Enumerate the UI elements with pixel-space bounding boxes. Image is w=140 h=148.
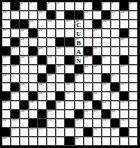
white-cell[interactable]: 45 xyxy=(47,74,56,83)
white-cell[interactable] xyxy=(111,65,120,74)
white-cell[interactable]: 36 xyxy=(84,56,93,65)
black-cell xyxy=(102,74,111,83)
white-cell[interactable] xyxy=(56,56,65,65)
clue-number: 7 xyxy=(102,2,104,5)
white-cell[interactable] xyxy=(65,110,74,119)
black-cell xyxy=(47,11,56,20)
clue-number: 27 xyxy=(12,47,16,50)
clue-number: 3 xyxy=(30,2,32,5)
clue-number: 79 xyxy=(111,128,115,131)
clue-number: 52 xyxy=(120,83,124,86)
white-cell[interactable]: 11 xyxy=(38,11,47,20)
white-cell[interactable]: 68 xyxy=(111,110,120,119)
white-cell[interactable]: U xyxy=(75,29,84,38)
white-cell[interactable] xyxy=(11,74,20,83)
white-cell[interactable]: 23 xyxy=(93,29,102,38)
white-cell[interactable]: 79 xyxy=(111,128,120,137)
white-cell[interactable] xyxy=(56,110,65,119)
clue-number: 65 xyxy=(48,110,52,113)
black-cell xyxy=(29,29,38,38)
clue-number: 38 xyxy=(3,65,7,68)
white-cell[interactable]: 18C xyxy=(75,20,84,29)
white-cell[interactable] xyxy=(47,38,56,47)
white-cell[interactable]: 24 xyxy=(20,38,29,47)
white-cell[interactable]: 32 xyxy=(20,56,29,65)
white-cell[interactable] xyxy=(111,56,120,65)
white-cell[interactable] xyxy=(29,74,38,83)
white-cell[interactable]: 20 xyxy=(2,29,11,38)
clue-number: 16 xyxy=(48,20,52,23)
white-cell[interactable] xyxy=(102,29,111,38)
letter: U xyxy=(75,29,83,37)
white-cell[interactable]: 56 xyxy=(93,92,102,101)
white-cell[interactable] xyxy=(84,29,93,38)
white-cell[interactable] xyxy=(65,29,74,38)
white-cell[interactable] xyxy=(29,65,38,74)
white-cell[interactable]: 7 xyxy=(102,2,111,11)
white-cell[interactable] xyxy=(47,29,56,38)
white-cell[interactable]: 39 xyxy=(11,65,20,74)
white-cell[interactable] xyxy=(38,38,47,47)
black-cell xyxy=(47,65,56,74)
white-cell[interactable]: 77 xyxy=(38,128,47,137)
black-cell xyxy=(93,2,102,11)
black-cell xyxy=(38,56,47,65)
white-cell[interactable]: 70 xyxy=(11,119,20,128)
white-cell[interactable] xyxy=(11,11,20,20)
white-cell[interactable]: 64 xyxy=(20,110,29,119)
black-cell xyxy=(56,38,65,47)
white-cell[interactable]: 22 xyxy=(38,29,47,38)
white-cell[interactable] xyxy=(102,47,111,56)
clue-number: 77 xyxy=(39,128,43,131)
clue-number: 6 xyxy=(84,2,86,5)
clue-number: 26 xyxy=(120,38,124,41)
black-cell xyxy=(38,119,47,128)
clue-number: 68 xyxy=(111,110,115,113)
white-cell[interactable]: 28 xyxy=(38,47,47,56)
white-cell[interactable]: 65 xyxy=(47,110,56,119)
clue-number: 9 xyxy=(129,2,131,5)
white-cell[interactable] xyxy=(20,92,29,101)
white-cell[interactable] xyxy=(129,119,138,128)
white-cell[interactable] xyxy=(120,74,129,83)
white-cell[interactable] xyxy=(29,38,38,47)
white-cell[interactable]: A xyxy=(75,47,84,56)
white-cell[interactable]: 26 xyxy=(120,38,129,47)
white-cell[interactable]: 61 xyxy=(84,101,93,110)
white-cell[interactable] xyxy=(47,92,56,101)
black-cell xyxy=(75,11,84,20)
white-cell[interactable]: 21 xyxy=(20,29,29,38)
white-cell[interactable] xyxy=(75,101,84,110)
clue-number: 33 xyxy=(30,56,34,59)
clue-number: 60 xyxy=(57,101,61,104)
white-cell[interactable] xyxy=(65,2,74,11)
white-cell[interactable]: 53 xyxy=(11,92,20,101)
white-cell[interactable] xyxy=(65,128,74,137)
white-cell[interactable]: 5 xyxy=(56,2,65,11)
white-cell[interactable] xyxy=(56,119,65,128)
white-cell[interactable] xyxy=(129,92,138,101)
white-cell[interactable] xyxy=(75,83,84,92)
clue-number: 62 xyxy=(102,101,106,104)
clue-number: 50 xyxy=(66,83,70,86)
white-cell[interactable]: 35N xyxy=(75,56,84,65)
clue-number: 64 xyxy=(21,110,25,113)
white-cell[interactable]: 57 xyxy=(111,92,120,101)
white-cell[interactable] xyxy=(120,110,129,119)
white-cell[interactable]: 50 xyxy=(65,83,74,92)
clue-number: 13 xyxy=(111,11,115,14)
white-cell[interactable] xyxy=(38,20,47,29)
clue-number: 21 xyxy=(21,29,25,32)
white-cell[interactable]: 62 xyxy=(102,101,111,110)
black-cell xyxy=(29,119,38,128)
black-cell xyxy=(38,110,47,119)
black-cell xyxy=(56,92,65,101)
white-cell[interactable] xyxy=(84,74,93,83)
white-cell[interactable] xyxy=(111,38,120,47)
clue-number: 4 xyxy=(48,2,50,5)
clue-number: 22 xyxy=(39,29,43,32)
white-cell[interactable] xyxy=(129,47,138,56)
white-cell[interactable]: 4 xyxy=(47,2,56,11)
black-cell xyxy=(120,29,129,38)
clue-number: 66 xyxy=(84,110,88,113)
black-cell xyxy=(120,56,129,65)
white-cell[interactable]: 13 xyxy=(111,11,120,20)
white-cell[interactable] xyxy=(93,119,102,128)
clue-number: 30 xyxy=(93,47,97,50)
white-cell[interactable] xyxy=(29,137,38,146)
white-cell[interactable]: 14 xyxy=(120,11,129,20)
white-cell[interactable] xyxy=(2,20,11,29)
black-cell xyxy=(93,101,102,110)
white-cell[interactable]: 12 xyxy=(84,11,93,20)
black-cell xyxy=(65,119,74,128)
white-cell[interactable] xyxy=(75,2,84,11)
white-cell[interactable] xyxy=(56,83,65,92)
clue-number: 40 xyxy=(57,65,61,68)
clue-number: 44 xyxy=(3,74,7,77)
clue-number: 73 xyxy=(102,119,106,122)
white-cell[interactable] xyxy=(111,29,120,38)
white-cell[interactable] xyxy=(129,101,138,110)
white-cell[interactable]: 54 xyxy=(38,92,47,101)
white-cell[interactable] xyxy=(93,137,102,146)
white-cell[interactable]: 75 xyxy=(11,128,20,137)
white-cell[interactable]: 34 xyxy=(47,56,56,65)
black-cell xyxy=(75,110,84,119)
black-cell xyxy=(120,2,129,11)
black-cell xyxy=(84,92,93,101)
white-cell[interactable] xyxy=(84,38,93,47)
clue-number: 11 xyxy=(39,11,43,14)
white-cell[interactable] xyxy=(56,137,65,146)
clue-number: 71 xyxy=(48,119,52,122)
white-cell[interactable]: 2 xyxy=(20,2,29,11)
white-cell[interactable]: 67 xyxy=(93,110,102,119)
clue-number: 42 xyxy=(93,65,97,68)
clue-number: 17 xyxy=(66,20,70,23)
white-cell[interactable] xyxy=(93,83,102,92)
white-cell[interactable] xyxy=(56,11,65,20)
white-cell[interactable] xyxy=(129,128,138,137)
white-cell[interactable]: 42 xyxy=(93,65,102,74)
clue-number: 45 xyxy=(48,74,52,77)
white-cell[interactable] xyxy=(129,29,138,38)
white-cell[interactable] xyxy=(111,101,120,110)
white-cell[interactable] xyxy=(56,74,65,83)
white-cell[interactable] xyxy=(11,137,20,146)
white-cell[interactable] xyxy=(84,83,93,92)
white-cell[interactable] xyxy=(129,56,138,65)
white-cell[interactable]: 69 xyxy=(2,119,11,128)
clue-number: 28 xyxy=(39,47,43,50)
white-cell[interactable]: 37 xyxy=(102,56,111,65)
white-cell[interactable] xyxy=(84,20,93,29)
white-cell[interactable] xyxy=(111,47,120,56)
clue-number: 37 xyxy=(102,56,106,59)
black-cell xyxy=(102,110,111,119)
clue-number: 57 xyxy=(111,92,115,95)
black-cell xyxy=(11,83,20,92)
clue-number: 55 xyxy=(66,92,70,95)
white-cell[interactable]: 38 xyxy=(2,65,11,74)
white-cell[interactable] xyxy=(129,83,138,92)
white-cell[interactable] xyxy=(56,20,65,29)
white-cell[interactable]: 51 xyxy=(102,83,111,92)
clue-number: 5 xyxy=(57,2,59,5)
white-cell[interactable]: 19 xyxy=(102,20,111,29)
white-cell[interactable] xyxy=(93,11,102,20)
white-cell[interactable] xyxy=(129,65,138,74)
white-cell[interactable]: 8 xyxy=(111,2,120,11)
clue-number: 47 xyxy=(111,74,115,77)
white-cell[interactable] xyxy=(20,74,29,83)
white-cell[interactable]: 17 xyxy=(65,20,74,29)
clue-number: 59 xyxy=(30,101,34,104)
clue-number: 19 xyxy=(102,20,106,23)
white-cell[interactable] xyxy=(20,128,29,137)
white-cell[interactable]: 58 xyxy=(2,101,11,110)
white-cell[interactable] xyxy=(84,119,93,128)
white-cell[interactable] xyxy=(38,101,47,110)
white-cell[interactable] xyxy=(20,119,29,128)
white-cell[interactable]: 49 xyxy=(38,83,47,92)
clue-number: 31 xyxy=(3,56,7,59)
black-cell xyxy=(65,74,74,83)
clue-number: 70 xyxy=(12,119,16,122)
white-cell[interactable] xyxy=(102,128,111,137)
clue-number: 14 xyxy=(120,11,124,14)
clue-number: 34 xyxy=(48,56,52,59)
white-cell[interactable] xyxy=(38,65,47,74)
white-cell[interactable] xyxy=(47,83,56,92)
white-cell[interactable]: 40 xyxy=(56,65,65,74)
white-cell[interactable]: 43 xyxy=(120,65,129,74)
white-cell[interactable] xyxy=(129,38,138,47)
white-cell[interactable] xyxy=(93,38,102,47)
white-cell[interactable]: 60 xyxy=(56,101,65,110)
white-cell[interactable]: 29 xyxy=(56,47,65,56)
white-cell[interactable]: 47 xyxy=(111,74,120,83)
black-cell xyxy=(11,110,20,119)
white-cell[interactable]: 80 xyxy=(2,137,11,146)
clue-number: 20 xyxy=(3,29,7,32)
white-cell[interactable] xyxy=(102,38,111,47)
white-cell[interactable] xyxy=(20,137,29,146)
clue-number: 76 xyxy=(30,128,34,131)
clue-number: 54 xyxy=(39,92,43,95)
white-cell[interactable]: 10 xyxy=(2,11,11,20)
black-cell xyxy=(111,119,120,128)
white-cell[interactable] xyxy=(2,110,11,119)
white-cell[interactable]: 46 xyxy=(75,74,84,83)
clue-number: 12 xyxy=(84,11,88,14)
white-cell[interactable]: 41 xyxy=(84,65,93,74)
clue-number: 1 xyxy=(3,2,5,5)
white-cell[interactable]: 6 xyxy=(84,2,93,11)
white-cell[interactable]: 15 xyxy=(29,20,38,29)
white-cell[interactable]: 25B xyxy=(75,38,84,47)
white-cell[interactable]: 66 xyxy=(84,110,93,119)
black-cell xyxy=(29,92,38,101)
white-cell[interactable]: 78 xyxy=(93,128,102,137)
white-cell[interactable]: 63 xyxy=(120,101,129,110)
black-cell xyxy=(2,47,11,56)
white-cell[interactable] xyxy=(29,83,38,92)
clue-number: 61 xyxy=(84,101,88,104)
white-cell[interactable]: 48 xyxy=(20,83,29,92)
black-cell xyxy=(29,47,38,56)
white-cell[interactable] xyxy=(129,110,138,119)
white-cell[interactable] xyxy=(65,101,74,110)
white-cell[interactable]: 76 xyxy=(29,128,38,137)
white-cell[interactable] xyxy=(47,128,56,137)
clue-number: 69 xyxy=(3,119,7,122)
white-cell[interactable] xyxy=(111,20,120,29)
white-cell[interactable] xyxy=(29,110,38,119)
white-cell[interactable]: 31 xyxy=(2,56,11,65)
white-cell[interactable] xyxy=(56,128,65,137)
white-cell[interactable]: 44 xyxy=(2,74,11,83)
white-cell[interactable] xyxy=(65,65,74,74)
black-cell xyxy=(11,2,20,11)
clue-number: 8 xyxy=(111,2,113,5)
clue-number: 46 xyxy=(75,74,79,77)
white-cell[interactable]: 52 xyxy=(120,83,129,92)
white-cell[interactable] xyxy=(102,137,111,146)
white-cell[interactable] xyxy=(102,65,111,74)
black-cell xyxy=(11,56,20,65)
white-cell[interactable]: 73 xyxy=(102,119,111,128)
clue-number: 29 xyxy=(57,47,61,50)
white-cell[interactable]: 55 xyxy=(65,92,74,101)
white-cell[interactable]: 1 xyxy=(2,2,11,11)
clue-number: 23 xyxy=(93,29,97,32)
black-cell xyxy=(2,128,11,137)
white-cell[interactable] xyxy=(102,92,111,101)
clue-number: 63 xyxy=(120,101,124,104)
white-cell[interactable] xyxy=(56,29,65,38)
white-cell[interactable] xyxy=(2,38,11,47)
black-cell xyxy=(65,38,74,47)
black-cell xyxy=(20,101,29,110)
black-cell xyxy=(38,2,47,11)
black-cell xyxy=(65,56,74,65)
black-cell xyxy=(11,20,20,29)
letter: N xyxy=(75,56,83,64)
white-cell[interactable] xyxy=(129,20,138,29)
black-cell xyxy=(84,47,93,56)
white-cell[interactable] xyxy=(129,137,138,146)
white-cell[interactable] xyxy=(111,137,120,146)
white-cell[interactable]: 59 xyxy=(29,101,38,110)
white-cell[interactable]: 33 xyxy=(29,56,38,65)
white-cell[interactable] xyxy=(65,47,74,56)
letter: A xyxy=(75,47,83,55)
black-cell xyxy=(111,83,120,92)
white-cell[interactable]: 81 xyxy=(75,137,84,146)
white-cell[interactable] xyxy=(120,20,129,29)
white-cell[interactable] xyxy=(11,101,20,110)
clue-number: 81 xyxy=(75,137,79,140)
white-cell[interactable] xyxy=(47,47,56,56)
white-cell[interactable]: 71 xyxy=(47,119,56,128)
white-cell[interactable] xyxy=(120,47,129,56)
clue-number: 58 xyxy=(3,101,7,104)
white-cell[interactable] xyxy=(75,92,84,101)
black-cell xyxy=(65,137,74,146)
white-cell[interactable] xyxy=(29,11,38,20)
white-cell[interactable]: 16 xyxy=(47,20,56,29)
white-cell[interactable] xyxy=(20,11,29,20)
white-cell[interactable] xyxy=(20,65,29,74)
white-cell[interactable] xyxy=(129,74,138,83)
black-cell xyxy=(120,128,129,137)
white-cell[interactable]: 72 xyxy=(75,119,84,128)
white-cell[interactable] xyxy=(20,47,29,56)
white-cell[interactable]: 3 xyxy=(29,2,38,11)
white-cell[interactable] xyxy=(2,83,11,92)
white-cell[interactable] xyxy=(93,74,102,83)
black-cell xyxy=(38,74,47,83)
white-cell[interactable]: 9 xyxy=(129,2,138,11)
white-cell[interactable] xyxy=(129,11,138,20)
clue-number: 74 xyxy=(120,119,124,122)
white-cell[interactable] xyxy=(11,29,20,38)
clue-number: 15 xyxy=(30,20,34,23)
white-cell[interactable]: 27 xyxy=(11,47,20,56)
white-cell[interactable]: 30 xyxy=(93,47,102,56)
clue-number: 32 xyxy=(21,56,25,59)
crossword-grid: 123456789101112131415161718C19202122U232… xyxy=(0,0,140,148)
white-cell[interactable] xyxy=(120,137,129,146)
letter: B xyxy=(75,38,83,46)
white-cell[interactable] xyxy=(75,128,84,137)
clue-number: 49 xyxy=(39,83,43,86)
white-cell[interactable] xyxy=(38,137,47,146)
black-cell xyxy=(65,11,74,20)
black-cell xyxy=(20,20,29,29)
white-cell[interactable]: 74 xyxy=(120,119,129,128)
white-cell[interactable] xyxy=(84,137,93,146)
black-cell xyxy=(11,38,20,47)
black-cell xyxy=(93,56,102,65)
white-cell[interactable] xyxy=(47,137,56,146)
